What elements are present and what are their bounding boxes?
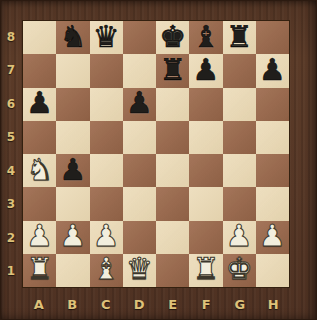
square-g2[interactable]: ♟ bbox=[223, 221, 256, 254]
square-g3[interactable] bbox=[223, 187, 256, 220]
square-e1[interactable] bbox=[156, 254, 189, 287]
square-c7[interactable] bbox=[90, 54, 123, 87]
file-label-b: B bbox=[56, 293, 90, 315]
square-a2[interactable]: ♟ bbox=[23, 221, 56, 254]
square-c1[interactable]: ♝ bbox=[90, 254, 123, 287]
file-label-d: D bbox=[123, 293, 157, 315]
square-c8[interactable]: ♛ bbox=[90, 21, 123, 54]
piece-white-pawn-h2[interactable]: ♟ bbox=[259, 221, 286, 251]
square-e7[interactable]: ♜ bbox=[156, 54, 189, 87]
piece-black-rook-e7[interactable]: ♜ bbox=[159, 55, 186, 85]
square-h2[interactable]: ♟ bbox=[256, 221, 289, 254]
piece-white-king-g1[interactable]: ♚ bbox=[226, 254, 253, 284]
piece-black-rook-g8[interactable]: ♜ bbox=[226, 22, 253, 52]
piece-black-knight-b8[interactable]: ♞ bbox=[59, 22, 86, 52]
square-e3[interactable] bbox=[156, 187, 189, 220]
square-b5[interactable] bbox=[56, 121, 89, 154]
square-b4[interactable]: ♟ bbox=[56, 154, 89, 187]
rank-label-7: 7 bbox=[0, 54, 22, 88]
rank-label-3: 3 bbox=[0, 188, 22, 222]
piece-black-pawn-d6[interactable]: ♟ bbox=[126, 88, 153, 118]
file-label-g: G bbox=[223, 293, 257, 315]
square-g4[interactable] bbox=[223, 154, 256, 187]
piece-black-bishop-f8[interactable]: ♝ bbox=[192, 22, 219, 52]
file-label-a: A bbox=[22, 293, 56, 315]
square-f2[interactable] bbox=[189, 221, 222, 254]
chess-board: ♞♛♚♝♜♜♟♟♟♟♞♟♟♟♟♟♟♜♝♛♜♚ bbox=[22, 20, 290, 288]
square-d8[interactable] bbox=[123, 21, 156, 54]
square-e2[interactable] bbox=[156, 221, 189, 254]
square-a8[interactable] bbox=[23, 21, 56, 54]
square-e5[interactable] bbox=[156, 121, 189, 154]
square-e4[interactable] bbox=[156, 154, 189, 187]
square-e8[interactable]: ♚ bbox=[156, 21, 189, 54]
square-b1[interactable] bbox=[56, 254, 89, 287]
square-a1[interactable]: ♜ bbox=[23, 254, 56, 287]
square-h6[interactable] bbox=[256, 88, 289, 121]
square-d7[interactable] bbox=[123, 54, 156, 87]
rank-label-5: 5 bbox=[0, 121, 22, 155]
square-f7[interactable]: ♟ bbox=[189, 54, 222, 87]
square-b8[interactable]: ♞ bbox=[56, 21, 89, 54]
square-d1[interactable]: ♛ bbox=[123, 254, 156, 287]
square-h1[interactable] bbox=[256, 254, 289, 287]
piece-white-rook-f1[interactable]: ♜ bbox=[192, 254, 219, 284]
square-f4[interactable] bbox=[189, 154, 222, 187]
square-g5[interactable] bbox=[223, 121, 256, 154]
square-d3[interactable] bbox=[123, 187, 156, 220]
piece-black-queen-c8[interactable]: ♛ bbox=[93, 22, 120, 52]
piece-white-rook-a1[interactable]: ♜ bbox=[26, 254, 53, 284]
piece-black-pawn-b4[interactable]: ♟ bbox=[59, 155, 86, 185]
piece-white-pawn-b2[interactable]: ♟ bbox=[59, 221, 86, 251]
rank-label-6: 6 bbox=[0, 87, 22, 121]
square-f8[interactable]: ♝ bbox=[189, 21, 222, 54]
square-b3[interactable] bbox=[56, 187, 89, 220]
square-d5[interactable] bbox=[123, 121, 156, 154]
square-h4[interactable] bbox=[256, 154, 289, 187]
square-f5[interactable] bbox=[189, 121, 222, 154]
square-h5[interactable] bbox=[256, 121, 289, 154]
rank-label-4: 4 bbox=[0, 154, 22, 188]
square-f3[interactable] bbox=[189, 187, 222, 220]
square-c3[interactable] bbox=[90, 187, 123, 220]
piece-white-pawn-a2[interactable]: ♟ bbox=[26, 221, 53, 251]
square-d2[interactable] bbox=[123, 221, 156, 254]
square-g8[interactable]: ♜ bbox=[223, 21, 256, 54]
rank-label-8: 8 bbox=[0, 20, 22, 54]
square-h3[interactable] bbox=[256, 187, 289, 220]
square-f1[interactable]: ♜ bbox=[189, 254, 222, 287]
square-c6[interactable] bbox=[90, 88, 123, 121]
piece-white-pawn-g2[interactable]: ♟ bbox=[226, 221, 253, 251]
square-b6[interactable] bbox=[56, 88, 89, 121]
square-a6[interactable]: ♟ bbox=[23, 88, 56, 121]
square-g7[interactable] bbox=[223, 54, 256, 87]
chessboard-screenshot: ♞♛♚♝♜♜♟♟♟♟♞♟♟♟♟♟♟♜♝♛♜♚ 87654321 ABCDEFGH bbox=[0, 0, 317, 320]
file-label-f: F bbox=[190, 293, 224, 315]
piece-black-pawn-a6[interactable]: ♟ bbox=[26, 88, 53, 118]
piece-black-pawn-f7[interactable]: ♟ bbox=[192, 55, 219, 85]
square-d6[interactable]: ♟ bbox=[123, 88, 156, 121]
square-c2[interactable]: ♟ bbox=[90, 221, 123, 254]
square-e6[interactable] bbox=[156, 88, 189, 121]
square-c4[interactable] bbox=[90, 154, 123, 187]
piece-white-pawn-c2[interactable]: ♟ bbox=[93, 221, 120, 251]
square-g1[interactable]: ♚ bbox=[223, 254, 256, 287]
piece-white-queen-d1[interactable]: ♛ bbox=[126, 254, 153, 284]
file-label-h: H bbox=[257, 293, 291, 315]
square-h7[interactable]: ♟ bbox=[256, 54, 289, 87]
square-a7[interactable] bbox=[23, 54, 56, 87]
rank-labels: 87654321 bbox=[0, 20, 22, 288]
square-b7[interactable] bbox=[56, 54, 89, 87]
square-a4[interactable]: ♞ bbox=[23, 154, 56, 187]
rank-label-2: 2 bbox=[0, 221, 22, 255]
file-labels: ABCDEFGH bbox=[22, 293, 290, 315]
square-h8[interactable] bbox=[256, 21, 289, 54]
piece-black-king-e8[interactable]: ♚ bbox=[159, 22, 186, 52]
piece-black-pawn-h7[interactable]: ♟ bbox=[259, 55, 286, 85]
file-label-e: E bbox=[156, 293, 190, 315]
square-d4[interactable] bbox=[123, 154, 156, 187]
square-g6[interactable] bbox=[223, 88, 256, 121]
square-a5[interactable] bbox=[23, 121, 56, 154]
rank-label-1: 1 bbox=[0, 255, 22, 289]
file-label-c: C bbox=[89, 293, 123, 315]
square-f6[interactable] bbox=[189, 88, 222, 121]
piece-white-knight-a4[interactable]: ♞ bbox=[26, 155, 53, 185]
square-a3[interactable] bbox=[23, 187, 56, 220]
square-b2[interactable]: ♟ bbox=[56, 221, 89, 254]
square-c5[interactable] bbox=[90, 121, 123, 154]
piece-white-bishop-c1[interactable]: ♝ bbox=[93, 254, 120, 284]
